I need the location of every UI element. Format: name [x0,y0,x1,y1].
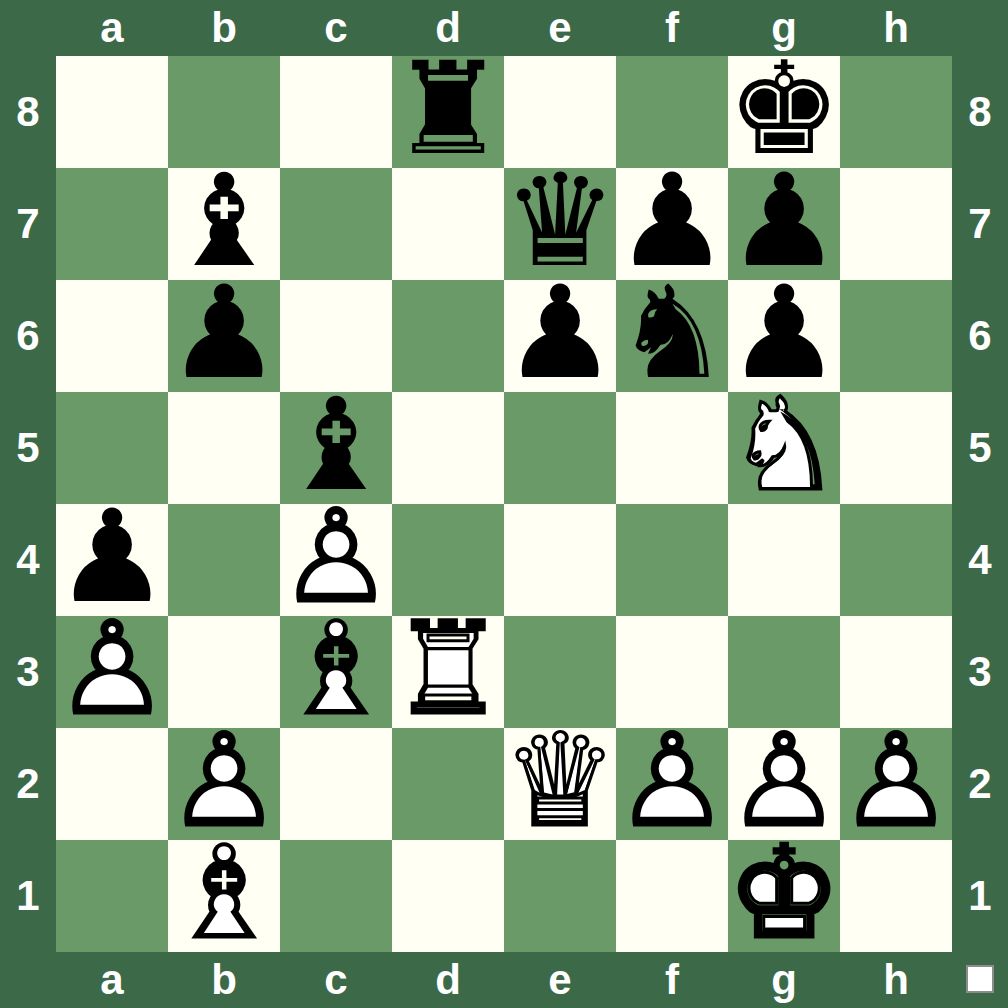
piece-glyph-outline: ♙ [56,613,168,725]
piece-glyph: ♜ [392,53,504,165]
white-rook[interactable]: ♜♖ [392,616,504,728]
file-label-e: e [504,952,616,1008]
square-c2[interactable] [280,728,392,840]
square-d8[interactable]: ♜ [392,56,504,168]
square-e5[interactable] [504,392,616,504]
white-knight[interactable]: ♞♘ [728,392,840,504]
square-c3[interactable]: ♝♗ [280,616,392,728]
black-rook[interactable]: ♜ [392,56,504,168]
rank-label-7: 7 [952,168,1008,280]
square-g4[interactable] [728,504,840,616]
square-d2[interactable] [392,728,504,840]
square-b1[interactable]: ♝♗ [168,840,280,952]
rank-label-3: 3 [952,616,1008,728]
square-a2[interactable] [56,728,168,840]
square-f6[interactable]: ♞ [616,280,728,392]
square-e1[interactable] [504,840,616,952]
file-label-d: d [392,952,504,1008]
rank-label-2: 2 [952,728,1008,840]
rank-label-2: 2 [0,728,56,840]
square-f5[interactable] [616,392,728,504]
file-label-h: h [840,952,952,1008]
square-h8[interactable] [840,56,952,168]
piece-glyph-outline: ♗ [280,613,392,725]
file-label-c: c [280,952,392,1008]
square-a8[interactable] [56,56,168,168]
white-pawn[interactable]: ♟♙ [56,616,168,728]
rank-label-5: 5 [952,392,1008,504]
square-b5[interactable] [168,392,280,504]
square-a1[interactable] [56,840,168,952]
rank-label-6: 6 [0,280,56,392]
file-label-a: a [56,952,168,1008]
file-label-e: e [504,0,616,56]
rank-label-3: 3 [0,616,56,728]
piece-glyph: ♞ [616,277,728,389]
file-label-f: f [616,0,728,56]
rank-label-8: 8 [952,56,1008,168]
square-c8[interactable] [280,56,392,168]
square-h4[interactable] [840,504,952,616]
file-label-b: b [168,952,280,1008]
rank-label-6: 6 [952,280,1008,392]
rank-label-4: 4 [952,504,1008,616]
square-a7[interactable] [56,168,168,280]
square-e4[interactable] [504,504,616,616]
square-c7[interactable] [280,168,392,280]
square-f1[interactable] [616,840,728,952]
square-h2[interactable]: ♟♙ [840,728,952,840]
white-pawn[interactable]: ♟♙ [616,728,728,840]
rank-label-8: 8 [0,56,56,168]
square-a6[interactable] [56,280,168,392]
piece-glyph: ♟ [168,277,280,389]
file-label-c: c [280,0,392,56]
black-knight[interactable]: ♞ [616,280,728,392]
file-label-g: g [728,952,840,1008]
rank-label-5: 5 [0,392,56,504]
piece-glyph-outline: ♙ [616,725,728,837]
square-d3[interactable]: ♜♖ [392,616,504,728]
rank-label-4: 4 [0,504,56,616]
rank-labels-right: 87654321 [952,56,1008,952]
white-bishop[interactable]: ♝♗ [168,840,280,952]
piece-glyph-outline: ♘ [728,389,840,501]
square-d7[interactable] [392,168,504,280]
chess-board-frame: abcdefgh 87654321 ♜♚♝♛♟♟♟♟♞♟♝♞♘♟♟♙♟♙♝♗♜♖… [0,0,1008,1008]
square-a3[interactable]: ♟♙ [56,616,168,728]
file-label-h: h [840,0,952,56]
square-h1[interactable] [840,840,952,952]
square-h5[interactable] [840,392,952,504]
black-pawn[interactable]: ♟ [168,280,280,392]
chess-board[interactable]: ♜♚♝♛♟♟♟♟♞♟♝♞♘♟♟♙♟♙♝♗♜♖♟♙♛♕♟♙♟♙♟♙♝♗♚♔ [56,56,952,952]
square-c1[interactable] [280,840,392,952]
rank-label-1: 1 [0,840,56,952]
rank-label-7: 7 [0,168,56,280]
square-f2[interactable]: ♟♙ [616,728,728,840]
square-d1[interactable] [392,840,504,952]
square-h6[interactable] [840,280,952,392]
square-b6[interactable]: ♟ [168,280,280,392]
piece-glyph-outline: ♗ [168,837,280,949]
square-h7[interactable] [840,168,952,280]
white-to-move-indicator [966,965,994,993]
rank-labels-left: 87654321 [0,56,56,952]
black-pawn[interactable]: ♟ [504,280,616,392]
file-label-a: a [56,0,168,56]
square-d5[interactable] [392,392,504,504]
white-king[interactable]: ♚♔ [728,840,840,952]
square-d6[interactable] [392,280,504,392]
file-label-f: f [616,952,728,1008]
piece-glyph-outline: ♔ [728,837,840,949]
square-e2[interactable]: ♛♕ [504,728,616,840]
square-e6[interactable]: ♟ [504,280,616,392]
square-b4[interactable] [168,504,280,616]
square-g5[interactable]: ♞♘ [728,392,840,504]
piece-glyph: ♟ [504,277,616,389]
square-f4[interactable] [616,504,728,616]
square-g1[interactable]: ♚♔ [728,840,840,952]
file-label-b: b [168,0,280,56]
rank-label-1: 1 [952,840,1008,952]
piece-glyph-outline: ♕ [504,725,616,837]
white-bishop[interactable]: ♝♗ [280,616,392,728]
white-queen[interactable]: ♛♕ [504,728,616,840]
file-labels-bottom: abcdefgh [56,952,952,1008]
white-pawn[interactable]: ♟♙ [840,728,952,840]
piece-glyph-outline: ♙ [840,725,952,837]
piece-glyph-outline: ♖ [392,613,504,725]
